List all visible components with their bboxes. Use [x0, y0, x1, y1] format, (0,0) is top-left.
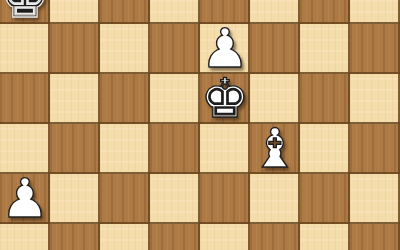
white-bishop-piece[interactable]: ♝	[250, 124, 300, 174]
square-d6[interactable]	[150, 24, 200, 74]
square-b5[interactable]	[50, 74, 100, 124]
square-g4[interactable]	[300, 124, 350, 174]
square-b2[interactable]	[50, 224, 100, 250]
white-king-piece[interactable]: ♚	[200, 74, 250, 124]
square-g6[interactable]	[300, 24, 350, 74]
square-f3[interactable]	[250, 174, 300, 224]
square-e2[interactable]	[200, 224, 250, 250]
square-e3[interactable]	[200, 174, 250, 224]
square-e4[interactable]	[200, 124, 250, 174]
chess-board: ♚♟♚♝♟	[0, 0, 400, 250]
square-a3[interactable]: ♟	[0, 174, 50, 224]
square-h3[interactable]	[350, 174, 400, 224]
square-c7[interactable]	[100, 0, 150, 24]
square-e5[interactable]: ♚	[200, 74, 250, 124]
square-h2[interactable]	[350, 224, 400, 250]
square-h4[interactable]	[350, 124, 400, 174]
square-h6[interactable]	[350, 24, 400, 74]
black-king-piece[interactable]: ♚	[0, 0, 50, 24]
square-c3[interactable]	[100, 174, 150, 224]
square-b7[interactable]	[50, 0, 100, 24]
square-f2[interactable]	[250, 224, 300, 250]
square-g5[interactable]	[300, 74, 350, 124]
square-d5[interactable]	[150, 74, 200, 124]
white-pawn-piece[interactable]: ♟	[0, 174, 50, 224]
square-c5[interactable]	[100, 74, 150, 124]
square-g2[interactable]	[300, 224, 350, 250]
square-d3[interactable]	[150, 174, 200, 224]
square-f6[interactable]	[250, 24, 300, 74]
square-g7[interactable]	[300, 0, 350, 24]
square-f7[interactable]	[250, 0, 300, 24]
square-d2[interactable]	[150, 224, 200, 250]
square-a6[interactable]	[0, 24, 50, 74]
square-a7[interactable]: ♚	[0, 0, 50, 24]
square-c2[interactable]	[100, 224, 150, 250]
square-b3[interactable]	[50, 174, 100, 224]
square-d4[interactable]	[150, 124, 200, 174]
square-c4[interactable]	[100, 124, 150, 174]
chess-board-viewport: ♚♟♚♝♟	[0, 0, 400, 250]
square-c6[interactable]	[100, 24, 150, 74]
square-h7[interactable]	[350, 0, 400, 24]
square-b6[interactable]	[50, 24, 100, 74]
square-a5[interactable]	[0, 74, 50, 124]
square-f4[interactable]: ♝	[250, 124, 300, 174]
square-d7[interactable]	[150, 0, 200, 24]
square-b4[interactable]	[50, 124, 100, 174]
square-h5[interactable]	[350, 74, 400, 124]
square-g3[interactable]	[300, 174, 350, 224]
